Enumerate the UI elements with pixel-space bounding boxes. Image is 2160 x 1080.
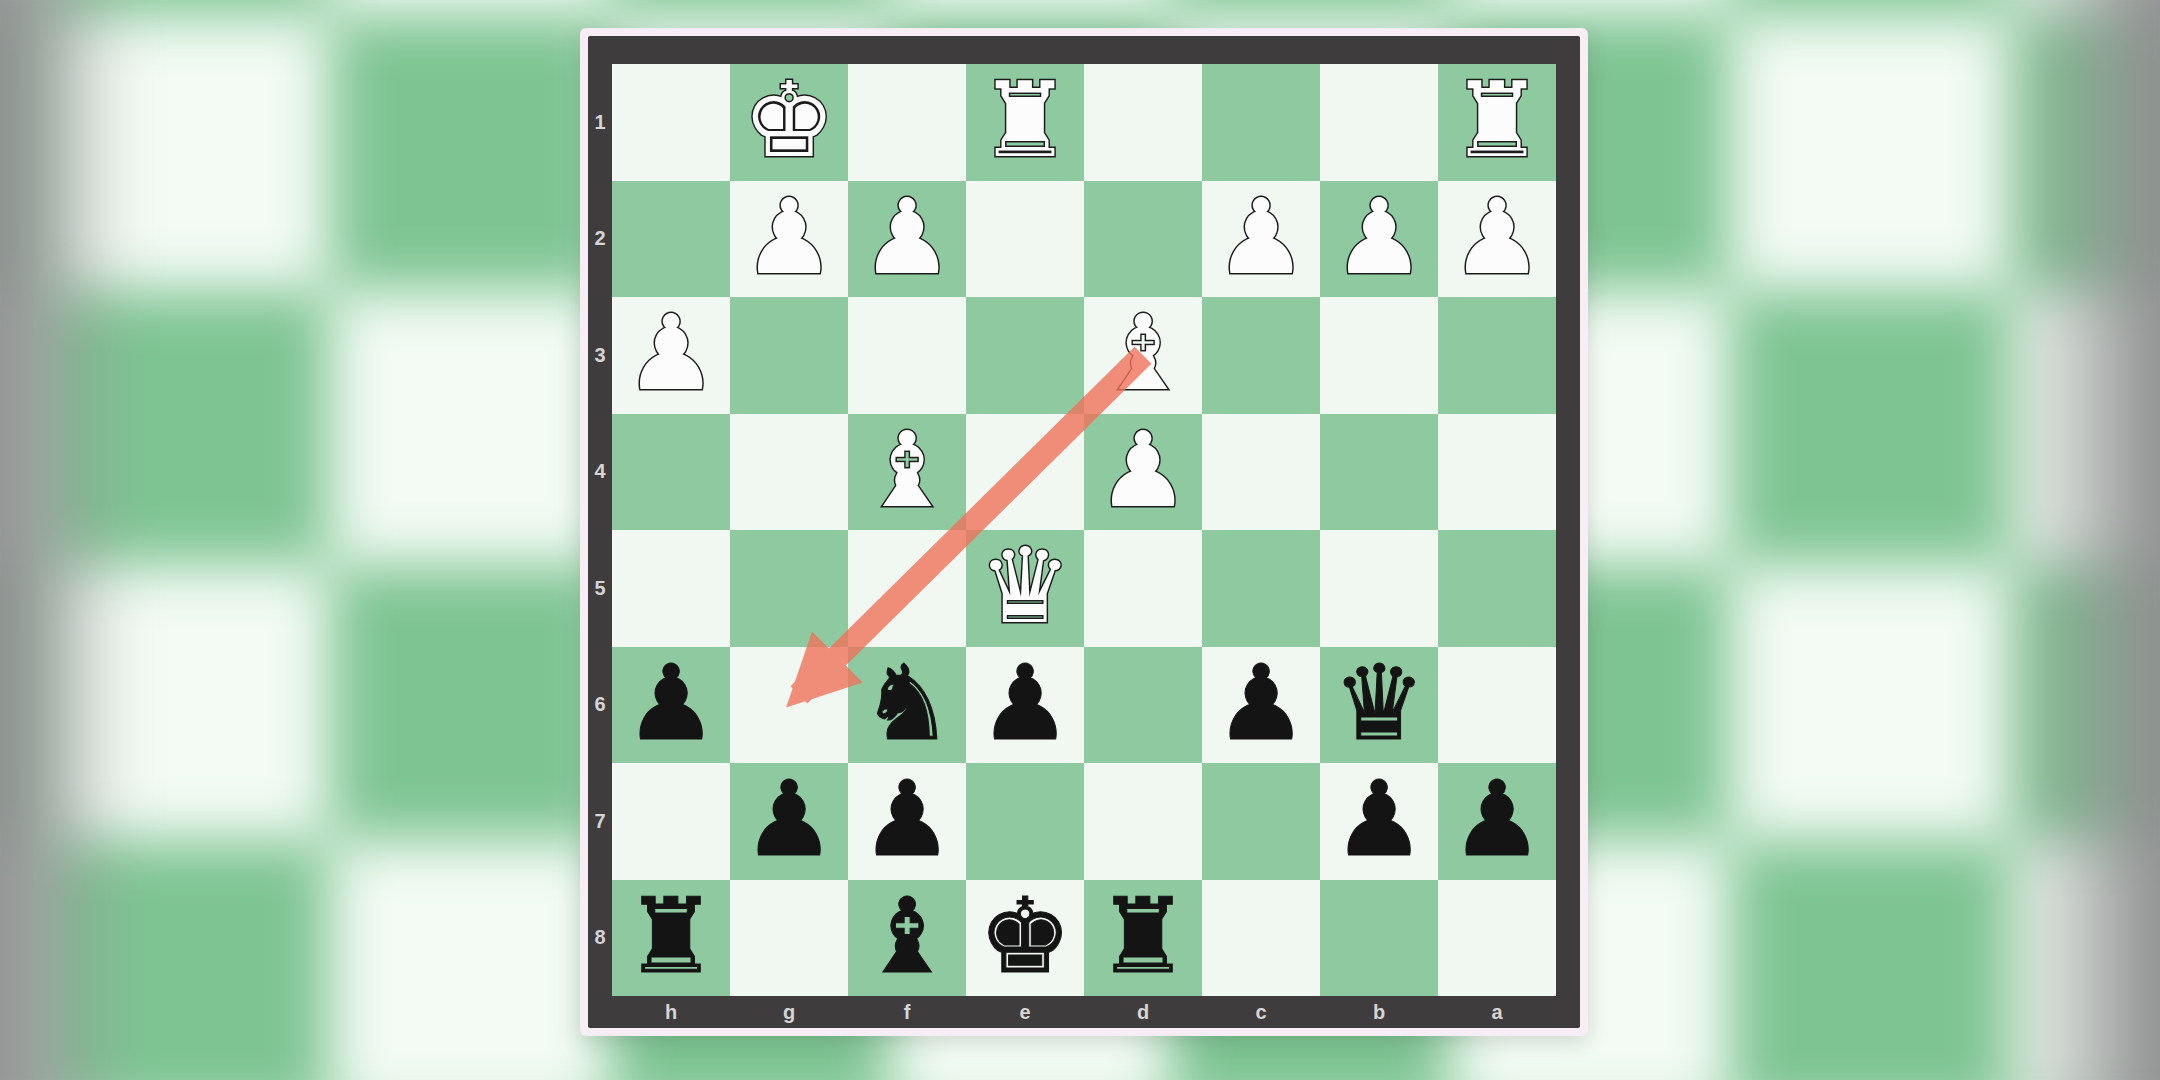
square-h1[interactable] — [612, 64, 730, 181]
page: 12345678 ♚♜♜♟♟♟♟♟♟♝♝♟♛♟♞♟♟♛♟♟♟♟♜♝♚♜ hgfe… — [0, 0, 2160, 1080]
square-f5[interactable] — [848, 530, 966, 647]
square-d2[interactable] — [1084, 181, 1202, 298]
piece-black-queen[interactable]: ♛ — [1332, 645, 1425, 761]
file-label-e: e — [966, 996, 1084, 1028]
square-e7[interactable] — [966, 763, 1084, 880]
square-a3[interactable] — [1438, 297, 1556, 414]
piece-black-pawn[interactable]: ♟ — [1450, 761, 1543, 877]
piece-white-pawn[interactable]: ♟ — [1096, 412, 1189, 528]
rank-label-6: 6 — [588, 647, 612, 764]
rank-label-4: 4 — [588, 414, 612, 531]
square-b4[interactable] — [1320, 414, 1438, 531]
file-label-d: d — [1084, 996, 1202, 1028]
chess-board: 12345678 ♚♜♜♟♟♟♟♟♟♝♝♟♛♟♞♟♟♛♟♟♟♟♜♝♚♜ hgfe… — [580, 28, 1588, 1036]
piece-black-pawn[interactable]: ♟ — [978, 645, 1071, 761]
square-h8[interactable]: ♜ — [612, 880, 730, 997]
piece-black-pawn[interactable]: ♟ — [742, 761, 835, 877]
square-e6[interactable]: ♟ — [966, 647, 1084, 764]
square-b5[interactable] — [1320, 530, 1438, 647]
square-a8[interactable] — [1438, 880, 1556, 997]
square-f7[interactable]: ♟ — [848, 763, 966, 880]
rank-label-2: 2 — [588, 181, 612, 298]
square-d4[interactable]: ♟ — [1084, 414, 1202, 531]
square-b3[interactable] — [1320, 297, 1438, 414]
file-label-f: f — [848, 996, 966, 1028]
square-c7[interactable] — [1202, 763, 1320, 880]
piece-white-king[interactable]: ♚ — [742, 62, 835, 178]
background-right-gray-band — [2010, 0, 2160, 1080]
square-c4[interactable] — [1202, 414, 1320, 531]
square-d7[interactable] — [1084, 763, 1202, 880]
piece-white-pawn[interactable]: ♟ — [1332, 179, 1425, 295]
piece-white-pawn[interactable]: ♟ — [624, 295, 717, 411]
piece-black-pawn[interactable]: ♟ — [624, 645, 717, 761]
piece-black-king[interactable]: ♚ — [978, 878, 1071, 994]
rank-label-5: 5 — [588, 530, 612, 647]
square-e2[interactable] — [966, 181, 1084, 298]
square-b2[interactable]: ♟ — [1320, 181, 1438, 298]
piece-black-knight[interactable]: ♞ — [860, 645, 953, 761]
square-b8[interactable] — [1320, 880, 1438, 997]
square-h6[interactable]: ♟ — [612, 647, 730, 764]
square-g2[interactable]: ♟ — [730, 181, 848, 298]
piece-white-bishop[interactable]: ♝ — [1096, 295, 1189, 411]
piece-white-rook[interactable]: ♜ — [1450, 62, 1543, 178]
board-border: 12345678 ♚♜♜♟♟♟♟♟♟♝♝♟♛♟♞♟♟♛♟♟♟♟♜♝♚♜ hgfe… — [588, 36, 1580, 1028]
piece-white-queen[interactable]: ♛ — [978, 528, 1071, 644]
square-g4[interactable] — [730, 414, 848, 531]
square-c8[interactable] — [1202, 880, 1320, 997]
square-c2[interactable]: ♟ — [1202, 181, 1320, 298]
square-g8[interactable] — [730, 880, 848, 997]
square-d3[interactable]: ♝ — [1084, 297, 1202, 414]
file-label-g: g — [730, 996, 848, 1028]
square-a4[interactable] — [1438, 414, 1556, 531]
piece-black-rook[interactable]: ♜ — [1096, 878, 1189, 994]
square-g6[interactable] — [730, 647, 848, 764]
rank-label-3: 3 — [588, 297, 612, 414]
square-h3[interactable]: ♟ — [612, 297, 730, 414]
square-f4[interactable]: ♝ — [848, 414, 966, 531]
piece-black-pawn[interactable]: ♟ — [1214, 645, 1307, 761]
square-a7[interactable]: ♟ — [1438, 763, 1556, 880]
file-label-h: h — [612, 996, 730, 1028]
square-d8[interactable]: ♜ — [1084, 880, 1202, 997]
square-h5[interactable] — [612, 530, 730, 647]
file-label-b: b — [1320, 996, 1438, 1028]
square-a2[interactable]: ♟ — [1438, 181, 1556, 298]
square-f3[interactable] — [848, 297, 966, 414]
piece-black-bishop[interactable]: ♝ — [860, 878, 953, 994]
piece-white-bishop[interactable]: ♝ — [860, 412, 953, 528]
square-e5[interactable]: ♛ — [966, 530, 1084, 647]
square-d1[interactable] — [1084, 64, 1202, 181]
piece-black-pawn[interactable]: ♟ — [860, 761, 953, 877]
piece-white-pawn[interactable]: ♟ — [742, 179, 835, 295]
piece-white-pawn[interactable]: ♟ — [860, 179, 953, 295]
piece-white-pawn[interactable]: ♟ — [1450, 179, 1543, 295]
square-h7[interactable] — [612, 763, 730, 880]
square-h2[interactable] — [612, 181, 730, 298]
square-a5[interactable] — [1438, 530, 1556, 647]
square-g7[interactable]: ♟ — [730, 763, 848, 880]
piece-white-pawn[interactable]: ♟ — [1214, 179, 1307, 295]
square-e1[interactable]: ♜ — [966, 64, 1084, 181]
rank-label-8: 8 — [588, 880, 612, 997]
square-f1[interactable] — [848, 64, 966, 181]
square-b1[interactable] — [1320, 64, 1438, 181]
piece-black-rook[interactable]: ♜ — [624, 878, 717, 994]
rank-labels: 12345678 — [588, 64, 612, 996]
rank-label-7: 7 — [588, 763, 612, 880]
square-f8[interactable]: ♝ — [848, 880, 966, 997]
square-a6[interactable] — [1438, 647, 1556, 764]
square-f2[interactable]: ♟ — [848, 181, 966, 298]
square-g5[interactable] — [730, 530, 848, 647]
square-e3[interactable] — [966, 297, 1084, 414]
file-label-a: a — [1438, 996, 1556, 1028]
piece-black-pawn[interactable]: ♟ — [1332, 761, 1425, 877]
square-a1[interactable]: ♜ — [1438, 64, 1556, 181]
square-b7[interactable]: ♟ — [1320, 763, 1438, 880]
board-squares: ♚♜♜♟♟♟♟♟♟♝♝♟♛♟♞♟♟♛♟♟♟♟♜♝♚♜ — [612, 64, 1556, 996]
square-e8[interactable]: ♚ — [966, 880, 1084, 997]
piece-white-rook[interactable]: ♜ — [978, 62, 1071, 178]
square-g3[interactable] — [730, 297, 848, 414]
square-c6[interactable]: ♟ — [1202, 647, 1320, 764]
file-labels: hgfedcba — [612, 996, 1556, 1028]
square-c3[interactable] — [1202, 297, 1320, 414]
rank-label-1: 1 — [588, 64, 612, 181]
square-d5[interactable] — [1084, 530, 1202, 647]
square-f6[interactable]: ♞ — [848, 647, 966, 764]
square-h4[interactable] — [612, 414, 730, 531]
square-e4[interactable] — [966, 414, 1084, 531]
file-label-c: c — [1202, 996, 1320, 1028]
square-g1[interactable]: ♚ — [730, 64, 848, 181]
square-d6[interactable] — [1084, 647, 1202, 764]
square-c5[interactable] — [1202, 530, 1320, 647]
background-left-gray-band — [0, 0, 125, 1080]
square-b6[interactable]: ♛ — [1320, 647, 1438, 764]
square-c1[interactable] — [1202, 64, 1320, 181]
